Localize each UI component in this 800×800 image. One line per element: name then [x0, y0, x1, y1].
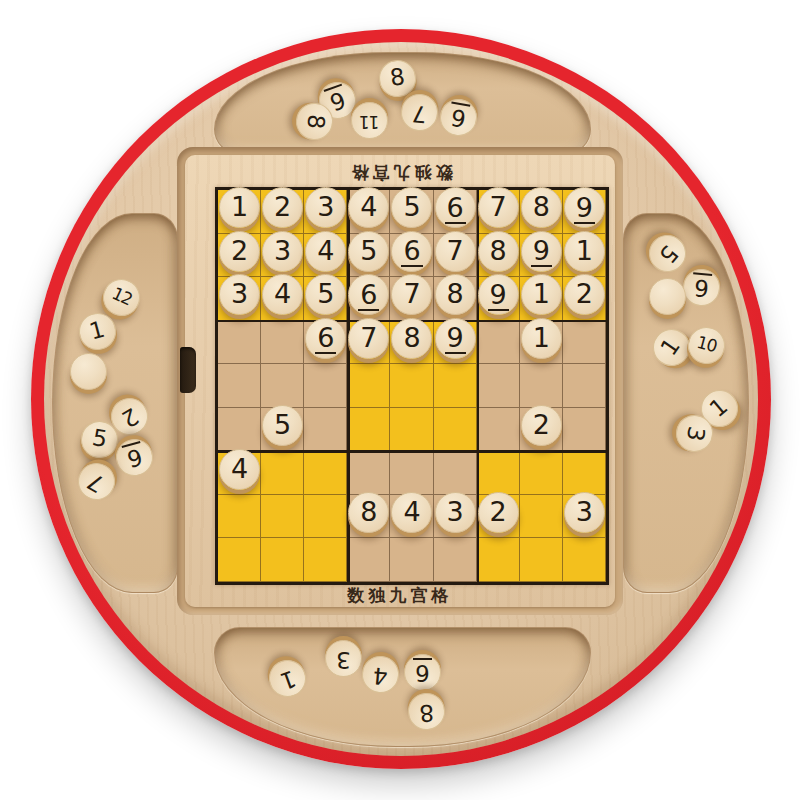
cell-r4c9[interactable]	[563, 321, 606, 365]
box-divider-horizontal-2	[218, 450, 606, 453]
cell-r9c3[interactable]	[304, 538, 347, 582]
tile-1-r4c8[interactable]: 1	[521, 318, 562, 359]
cell-r8c1[interactable]	[218, 495, 261, 539]
cell-r6c9[interactable]	[563, 408, 606, 452]
tile-9-r2c8[interactable]: 9	[521, 231, 562, 272]
tile-8-r2c7[interactable]: 8	[478, 231, 519, 272]
finger-notch	[180, 347, 196, 393]
tile-number: 12	[109, 284, 134, 308]
tile-number: 1	[533, 324, 550, 351]
tile-number: 6	[121, 441, 146, 471]
tile-number: 6	[401, 237, 422, 267]
cell-r5c6[interactable]	[434, 364, 477, 408]
tile-number: 3	[274, 237, 291, 264]
cell-r7c2[interactable]	[261, 451, 304, 495]
cell-r6c1[interactable]	[218, 408, 261, 452]
tile-number: 7	[411, 101, 428, 125]
cell-r5c8[interactable]	[520, 364, 563, 408]
tile-number: 4	[274, 280, 291, 307]
cell-r5c3[interactable]	[304, 364, 347, 408]
tile-number: 4	[317, 237, 334, 264]
tile-number: 7	[447, 237, 464, 264]
tile-number: 6	[691, 272, 712, 300]
tray-tile-3[interactable]: 3	[325, 640, 362, 677]
tile-number: 5	[403, 193, 420, 220]
cell-r6c3[interactable]	[304, 408, 347, 452]
cell-r7c9[interactable]	[563, 451, 606, 495]
tile-number: 11	[359, 113, 379, 130]
tile-3-r2c2[interactable]: 3	[262, 231, 303, 272]
cell-r9c2[interactable]	[261, 538, 304, 582]
cell-r9c4[interactable]	[347, 538, 390, 582]
cell-r6c7[interactable]	[477, 408, 520, 452]
tile-number: 2	[533, 411, 550, 438]
tile-2-r2c1[interactable]: 2	[219, 231, 260, 272]
tile-4-r7c1[interactable]: 4	[219, 449, 260, 490]
tile-5-r6c2[interactable]: 5	[262, 405, 303, 446]
tile-3-r8c6[interactable]: 3	[435, 492, 476, 533]
tile-number: 2	[274, 193, 291, 220]
tile-number: 1	[657, 334, 684, 359]
tile-number: 8	[418, 700, 435, 724]
tile-number: 7	[360, 324, 377, 351]
cell-r7c4[interactable]	[347, 451, 390, 495]
cell-r6c5[interactable]	[390, 408, 433, 452]
tile-number: 4	[403, 498, 420, 525]
cell-r7c3[interactable]	[304, 451, 347, 495]
tile-number: 10	[695, 333, 718, 355]
cell-r9c5[interactable]	[390, 538, 433, 582]
tile-2-r8c7[interactable]: 2	[478, 492, 519, 533]
tile-number: 1	[87, 317, 107, 343]
cell-r8c2[interactable]	[261, 495, 304, 539]
tile-number: 2	[231, 237, 248, 264]
tile-number: 8	[360, 498, 377, 525]
cell-r9c8[interactable]	[520, 538, 563, 582]
cell-r9c9[interactable]	[563, 538, 606, 582]
cell-r6c4[interactable]	[347, 408, 390, 452]
tile-4-r2c3[interactable]: 4	[305, 231, 346, 272]
cell-r8c3[interactable]	[304, 495, 347, 539]
tile-number: 8	[447, 280, 464, 307]
tile-number: 5	[654, 241, 681, 267]
tile-number: 7	[83, 468, 107, 495]
cell-r5c7[interactable]	[477, 364, 520, 408]
tile-1-r2c9[interactable]: 1	[564, 231, 605, 272]
cell-r5c2[interactable]	[261, 364, 304, 408]
tile-9-r3c7[interactable]: 9	[478, 274, 519, 315]
tile-number: 1	[231, 193, 248, 220]
tile-number: 1	[277, 666, 299, 693]
tile-9-r1c9[interactable]: 9	[564, 187, 605, 228]
tile-number: 4	[231, 455, 248, 482]
tile-number: 3	[336, 648, 351, 671]
tile-number: 3	[682, 424, 707, 442]
tile-number: 3	[317, 193, 334, 220]
cell-r7c5[interactable]	[390, 451, 433, 495]
cell-r6c6[interactable]	[434, 408, 477, 452]
tile-number: 2	[117, 403, 141, 430]
cell-r5c9[interactable]	[563, 364, 606, 408]
tile-number: 3	[576, 498, 593, 525]
tile-number: 1	[533, 280, 550, 307]
cell-r9c7[interactable]	[477, 538, 520, 582]
tile-2-r6c8[interactable]: 2	[521, 405, 562, 446]
cell-r7c7[interactable]	[477, 451, 520, 495]
tile-number: 3	[231, 280, 248, 307]
tile-number: 5	[274, 411, 291, 438]
cell-r7c8[interactable]	[520, 451, 563, 495]
tile-number: 4	[360, 193, 377, 220]
tile-number: 3	[447, 498, 464, 525]
tile-number: 9	[574, 194, 595, 224]
cell-r5c1[interactable]	[218, 364, 261, 408]
board-title-bottom: 数独九宫格	[348, 584, 453, 607]
tile-number: 9	[488, 281, 509, 311]
tile-7-r2c6[interactable]: 7	[435, 231, 476, 272]
cell-r9c1[interactable]	[218, 538, 261, 582]
tile-number: 8	[403, 324, 420, 351]
board-title-top: 数独九宫格	[348, 161, 453, 184]
tile-9-r4c6[interactable]: 9	[435, 318, 476, 359]
tile-number: 9	[445, 324, 466, 354]
tile-number: 8	[490, 237, 507, 264]
tile-5-r2c4[interactable]: 5	[348, 231, 389, 272]
cell-r5c4[interactable]	[347, 364, 390, 408]
tile-number: 5	[360, 237, 377, 264]
cell-r8c8[interactable]	[520, 495, 563, 539]
tile-number: 6	[447, 102, 470, 131]
tile-number: 7	[403, 280, 420, 307]
tile-number: 1	[705, 394, 731, 421]
cell-r7c6[interactable]	[434, 451, 477, 495]
tile-number: 1	[576, 237, 593, 264]
tray-tile-blank[interactable]	[70, 353, 107, 390]
tile-6-r1c6[interactable]: 6	[435, 187, 476, 228]
tile-number: 5	[90, 425, 108, 450]
cell-r4c2[interactable]	[261, 321, 304, 365]
tile-8-r3c6[interactable]: 8	[435, 274, 476, 315]
tile-number: 2	[490, 498, 507, 525]
tile-number: 6	[413, 658, 432, 684]
tile-number: 9	[531, 237, 552, 267]
tile-7-r1c7[interactable]: 7	[478, 187, 519, 228]
cell-r5c5[interactable]	[390, 364, 433, 408]
tile-6-r4c3[interactable]: 6	[305, 318, 346, 359]
cell-r4c1[interactable]	[218, 321, 261, 365]
tile-number: 6	[445, 194, 466, 224]
tile-number: 8	[388, 65, 406, 90]
cell-r4c7[interactable]	[477, 321, 520, 365]
cell-r9c6[interactable]	[434, 538, 477, 582]
tile-3-r8c9[interactable]: 3	[564, 492, 605, 533]
tray-tile-blank[interactable]	[649, 278, 686, 315]
tray-tile-11[interactable]: 11	[351, 102, 388, 139]
tile-number: 2	[576, 280, 593, 307]
tile-number: 7	[490, 193, 507, 220]
tile-number: 5	[317, 280, 334, 307]
tray-tile-6[interactable]: 6	[404, 654, 441, 691]
tile-number: 8	[303, 113, 327, 130]
sudoku-product-photo: 数独九宫格 数独九宫格 1234567892345678913456789126…	[0, 0, 800, 800]
tile-number: 8	[533, 193, 550, 220]
tile-1-r3c8[interactable]: 1	[521, 274, 562, 315]
tile-number: 6	[358, 281, 379, 311]
tile-number: 4	[372, 663, 389, 687]
tile-8-r1c8[interactable]: 8	[521, 187, 562, 228]
tile-number: 6	[315, 324, 336, 354]
